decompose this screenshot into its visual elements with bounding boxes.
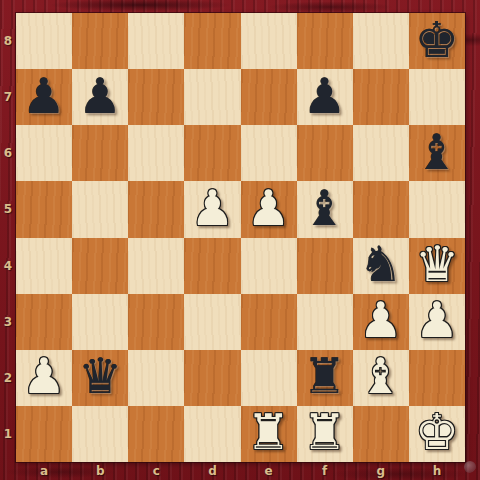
- square-h2[interactable]: [409, 350, 465, 406]
- square-g3[interactable]: ♟: [353, 294, 409, 350]
- square-e4[interactable]: [241, 238, 297, 294]
- white-queen[interactable]: ♛: [415, 240, 459, 289]
- square-c1[interactable]: [128, 406, 184, 462]
- white-pawn[interactable]: ♟: [247, 184, 291, 233]
- square-e7[interactable]: [241, 69, 297, 125]
- square-d5[interactable]: ♟: [184, 181, 240, 237]
- square-f7[interactable]: ♟: [297, 69, 353, 125]
- square-a5[interactable]: [16, 181, 72, 237]
- square-b4[interactable]: [72, 238, 128, 294]
- chessboard-frame: ♚♟♟♟♝♟♟♝♞♛♟♟♟♛♜♝♜♜♚ 87654321 abcdefgh: [0, 0, 480, 480]
- rank-label-5: 5: [0, 181, 16, 237]
- file-label-f: f: [297, 461, 353, 480]
- square-b7[interactable]: ♟: [72, 69, 128, 125]
- square-g1[interactable]: [353, 406, 409, 462]
- white-rook[interactable]: ♜: [247, 408, 291, 457]
- square-a7[interactable]: ♟: [16, 69, 72, 125]
- square-e3[interactable]: [241, 294, 297, 350]
- square-h6[interactable]: ♝: [409, 125, 465, 181]
- watermark-dot: [464, 461, 476, 473]
- file-label-h: h: [409, 461, 465, 480]
- square-d3[interactable]: [184, 294, 240, 350]
- square-g7[interactable]: [353, 69, 409, 125]
- black-rook[interactable]: ♜: [303, 352, 347, 401]
- file-label-e: e: [241, 461, 297, 480]
- file-label-c: c: [128, 461, 184, 480]
- square-a6[interactable]: [16, 125, 72, 181]
- square-b5[interactable]: [72, 181, 128, 237]
- black-knight[interactable]: ♞: [359, 240, 403, 289]
- square-a3[interactable]: [16, 294, 72, 350]
- square-d2[interactable]: [184, 350, 240, 406]
- square-b2[interactable]: ♛: [72, 350, 128, 406]
- square-c2[interactable]: [128, 350, 184, 406]
- square-b6[interactable]: [72, 125, 128, 181]
- square-g6[interactable]: [353, 125, 409, 181]
- square-h4[interactable]: ♛: [409, 238, 465, 294]
- square-f2[interactable]: ♜: [297, 350, 353, 406]
- file-label-b: b: [72, 461, 128, 480]
- square-d6[interactable]: [184, 125, 240, 181]
- square-c8[interactable]: [128, 13, 184, 69]
- square-f8[interactable]: [297, 13, 353, 69]
- square-h7[interactable]: [409, 69, 465, 125]
- square-h1[interactable]: ♚: [409, 406, 465, 462]
- black-pawn[interactable]: ♟: [303, 72, 347, 121]
- square-g5[interactable]: [353, 181, 409, 237]
- square-c7[interactable]: [128, 69, 184, 125]
- rank-label-4: 4: [0, 238, 16, 294]
- square-d1[interactable]: [184, 406, 240, 462]
- white-pawn[interactable]: ♟: [22, 352, 66, 401]
- square-a2[interactable]: ♟: [16, 350, 72, 406]
- white-pawn[interactable]: ♟: [359, 296, 403, 345]
- square-f1[interactable]: ♜: [297, 406, 353, 462]
- square-a4[interactable]: [16, 238, 72, 294]
- rank-label-3: 3: [0, 294, 16, 350]
- square-a1[interactable]: [16, 406, 72, 462]
- square-e2[interactable]: [241, 350, 297, 406]
- square-h8[interactable]: ♚: [409, 13, 465, 69]
- black-pawn[interactable]: ♟: [22, 72, 66, 121]
- square-c4[interactable]: [128, 238, 184, 294]
- black-queen[interactable]: ♛: [78, 352, 122, 401]
- square-e1[interactable]: ♜: [241, 406, 297, 462]
- square-g2[interactable]: ♝: [353, 350, 409, 406]
- square-g4[interactable]: ♞: [353, 238, 409, 294]
- square-d7[interactable]: [184, 69, 240, 125]
- black-bishop[interactable]: ♝: [415, 128, 459, 177]
- white-pawn[interactable]: ♟: [415, 296, 459, 345]
- file-label-d: d: [184, 461, 240, 480]
- white-pawn[interactable]: ♟: [190, 184, 234, 233]
- rank-label-1: 1: [0, 406, 16, 462]
- square-b1[interactable]: [72, 406, 128, 462]
- file-label-a: a: [16, 461, 72, 480]
- white-king[interactable]: ♚: [415, 408, 459, 457]
- square-e8[interactable]: [241, 13, 297, 69]
- board: ♚♟♟♟♝♟♟♝♞♛♟♟♟♛♜♝♜♜♚: [16, 13, 465, 462]
- square-e6[interactable]: [241, 125, 297, 181]
- square-f5[interactable]: ♝: [297, 181, 353, 237]
- square-b8[interactable]: [72, 13, 128, 69]
- square-f6[interactable]: [297, 125, 353, 181]
- rank-label-7: 7: [0, 69, 16, 125]
- square-c3[interactable]: [128, 294, 184, 350]
- square-f4[interactable]: [297, 238, 353, 294]
- rank-label-6: 6: [0, 125, 16, 181]
- rank-label-2: 2: [0, 350, 16, 406]
- square-c5[interactable]: [128, 181, 184, 237]
- square-c6[interactable]: [128, 125, 184, 181]
- square-d4[interactable]: [184, 238, 240, 294]
- square-h3[interactable]: ♟: [409, 294, 465, 350]
- square-a8[interactable]: [16, 13, 72, 69]
- square-e5[interactable]: ♟: [241, 181, 297, 237]
- white-bishop[interactable]: ♝: [359, 352, 403, 401]
- square-f3[interactable]: [297, 294, 353, 350]
- square-b3[interactable]: [72, 294, 128, 350]
- square-h5[interactable]: [409, 181, 465, 237]
- black-pawn[interactable]: ♟: [78, 72, 122, 121]
- black-king[interactable]: ♚: [415, 16, 459, 65]
- square-g8[interactable]: [353, 13, 409, 69]
- black-bishop[interactable]: ♝: [303, 184, 347, 233]
- square-d8[interactable]: [184, 13, 240, 69]
- file-label-g: g: [353, 461, 409, 480]
- rank-label-8: 8: [0, 13, 16, 69]
- white-rook[interactable]: ♜: [303, 408, 347, 457]
